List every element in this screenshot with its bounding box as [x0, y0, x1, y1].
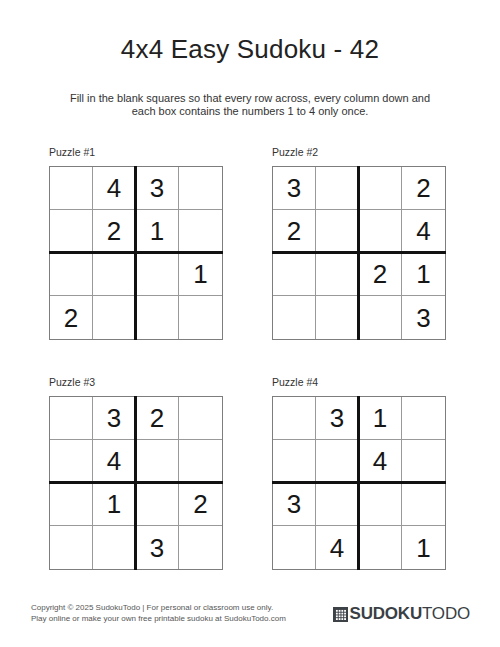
- p3-cell-r4c1: [50, 526, 93, 569]
- copyright-line-1: Copyright © 2025 SudokuTodo | For person…: [31, 602, 286, 613]
- p4-cell-r2c4: [402, 440, 445, 483]
- p1-cell-r3c4: 1: [179, 253, 222, 296]
- p1-cell-r1c1: [50, 167, 93, 210]
- puzzle-1-board: 4 3 2 1 1 2: [49, 166, 223, 340]
- p3-box-divider-horizontal: [49, 481, 223, 484]
- puzzle-2-label: Puzzle #2: [272, 146, 446, 159]
- p2-cell-r3c3: 2: [359, 253, 402, 296]
- p3-cell-r2c1: [50, 440, 93, 483]
- p4-cell-r4c3: [359, 526, 402, 569]
- p4-cell-r4c2: 4: [316, 526, 359, 569]
- p2-cell-r3c4: 1: [402, 253, 445, 296]
- p3-cell-r3c1: [50, 483, 93, 526]
- p3-cell-r1c1: [50, 397, 93, 440]
- p1-box-divider-horizontal: [49, 251, 223, 254]
- instructions: Fill in the blank squares so that every …: [0, 92, 500, 117]
- logo-text-todo: TODO: [422, 604, 470, 624]
- p3-cell-r4c2: [93, 526, 136, 569]
- puzzle-2: Puzzle #2 3 2 2 4 2 1 3: [272, 146, 446, 340]
- p4-cell-r3c3: [359, 483, 402, 526]
- p3-cell-r3c2: 1: [93, 483, 136, 526]
- sudokutodo-logo: SUDOKUTODO: [333, 604, 471, 624]
- p1-cell-r1c3: 3: [136, 167, 179, 210]
- p4-cell-r2c3: 4: [359, 440, 402, 483]
- p4-cell-r1c1: [273, 397, 316, 440]
- p1-cell-r4c4: [179, 296, 222, 339]
- p4-cell-r1c2: 3: [316, 397, 359, 440]
- p2-cell-r1c4: 2: [402, 167, 445, 210]
- p1-cell-r4c1: 2: [50, 296, 93, 339]
- p2-cell-r4c4: 3: [402, 296, 445, 339]
- p1-cell-r2c1: [50, 210, 93, 253]
- p4-cell-r1c4: [402, 397, 445, 440]
- p4-cell-r4c4: 1: [402, 526, 445, 569]
- puzzle-3-board: 3 2 4 1 2 3: [49, 396, 223, 570]
- p2-cell-r3c1: [273, 253, 316, 296]
- p4-cell-r2c2: [316, 440, 359, 483]
- puzzle-1: Puzzle #1 4 3 2 1 1 2: [49, 146, 223, 340]
- instructions-line-1: Fill in the blank squares so that every …: [0, 92, 500, 105]
- p2-cell-r2c1: 2: [273, 210, 316, 253]
- p3-cell-r1c2: 3: [93, 397, 136, 440]
- p4-cell-r3c4: [402, 483, 445, 526]
- puzzle-4: Puzzle #4 3 1 4 3 4 1: [272, 376, 446, 570]
- p4-box-divider-horizontal: [272, 481, 446, 484]
- p2-cell-r3c2: [316, 253, 359, 296]
- p3-cell-r2c2: 4: [93, 440, 136, 483]
- p3-cell-r4c3: 3: [136, 526, 179, 569]
- p2-cell-r2c2: [316, 210, 359, 253]
- footer-copyright: Copyright © 2025 SudokuTodo | For person…: [31, 602, 286, 624]
- puzzle-4-board: 3 1 4 3 4 1: [272, 396, 446, 570]
- p3-cell-r3c4: 2: [179, 483, 222, 526]
- p4-cell-r4c1: [273, 526, 316, 569]
- p3-cell-r1c3: 2: [136, 397, 179, 440]
- p3-cell-r1c4: [179, 397, 222, 440]
- puzzle-3-label: Puzzle #3: [49, 376, 223, 389]
- p1-cell-r2c2: 2: [93, 210, 136, 253]
- puzzle-1-label: Puzzle #1: [49, 146, 223, 159]
- p1-cell-r2c4: [179, 210, 222, 253]
- p2-cell-r1c2: [316, 167, 359, 210]
- p1-cell-r4c3: [136, 296, 179, 339]
- p2-cell-r4c3: [359, 296, 402, 339]
- p4-cell-r3c2: [316, 483, 359, 526]
- p4-cell-r2c1: [273, 440, 316, 483]
- p2-cell-r2c4: 4: [402, 210, 445, 253]
- p1-cell-r3c1: [50, 253, 93, 296]
- p2-cell-r2c3: [359, 210, 402, 253]
- copyright-line-2: Play online or make your own free printa…: [31, 613, 286, 624]
- p3-cell-r3c3: [136, 483, 179, 526]
- p1-cell-r1c2: 4: [93, 167, 136, 210]
- puzzle-4-label: Puzzle #4: [272, 376, 446, 389]
- p1-cell-r1c4: [179, 167, 222, 210]
- p1-cell-r3c3: [136, 253, 179, 296]
- printable-sudoku-sheet: 4x4 Easy Sudoku - 42 Fill in the blank s…: [0, 0, 500, 647]
- puzzle-3: Puzzle #3 3 2 4 1 2 3: [49, 376, 223, 570]
- p2-cell-r4c2: [316, 296, 359, 339]
- p4-cell-r1c3: 1: [359, 397, 402, 440]
- instructions-line-2: each box contains the numbers 1 to 4 onl…: [0, 105, 500, 118]
- p4-cell-r3c1: 3: [273, 483, 316, 526]
- p3-cell-r2c3: [136, 440, 179, 483]
- p2-cell-r4c1: [273, 296, 316, 339]
- p2-cell-r1c3: [359, 167, 402, 210]
- p2-box-divider-horizontal: [272, 251, 446, 254]
- p1-cell-r3c2: [93, 253, 136, 296]
- p2-cell-r1c1: 3: [273, 167, 316, 210]
- p1-cell-r4c2: [93, 296, 136, 339]
- puzzle-2-board: 3 2 2 4 2 1 3: [272, 166, 446, 340]
- p3-cell-r4c4: [179, 526, 222, 569]
- p3-cell-r2c4: [179, 440, 222, 483]
- logo-text-sudoku: SUDOKU: [350, 604, 422, 624]
- page-title: 4x4 Easy Sudoku - 42: [0, 34, 500, 64]
- sudoku-grid-icon: [333, 607, 348, 622]
- p1-cell-r2c3: 1: [136, 210, 179, 253]
